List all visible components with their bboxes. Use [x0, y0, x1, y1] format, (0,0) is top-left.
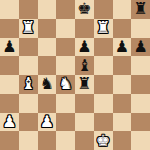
- square-d1[interactable]: [56, 131, 75, 150]
- square-e6[interactable]: ♟: [75, 38, 94, 57]
- square-h5[interactable]: [131, 56, 150, 75]
- square-h6[interactable]: ♟: [131, 38, 150, 57]
- square-b2[interactable]: [19, 113, 38, 132]
- square-f1[interactable]: ♚: [94, 131, 113, 150]
- square-d2[interactable]: [56, 113, 75, 132]
- square-f4[interactable]: [94, 75, 113, 94]
- square-g8[interactable]: [113, 0, 132, 19]
- black-pawn-piece[interactable]: ♟: [77, 38, 91, 54]
- square-f6[interactable]: [94, 38, 113, 57]
- square-c7[interactable]: [38, 19, 57, 38]
- square-c5[interactable]: [38, 56, 57, 75]
- square-a5[interactable]: [0, 56, 19, 75]
- square-e1[interactable]: [75, 131, 94, 150]
- square-b7[interactable]: ♜: [19, 19, 38, 38]
- chess-board: ♚♜♜♜♟♟♟♟♝♝♞♞♜♟♟♚: [0, 0, 150, 150]
- square-c4[interactable]: ♞: [38, 75, 57, 94]
- square-h7[interactable]: [131, 19, 150, 38]
- square-e7[interactable]: [75, 19, 94, 38]
- square-e4[interactable]: ♜: [75, 75, 94, 94]
- black-bishop-piece[interactable]: ♝: [77, 57, 91, 73]
- black-knight-piece[interactable]: ♞: [40, 76, 54, 92]
- square-a6[interactable]: ♟: [0, 38, 19, 57]
- white-rook-piece[interactable]: ♜: [21, 20, 35, 36]
- square-d5[interactable]: [56, 56, 75, 75]
- square-g4[interactable]: [113, 75, 132, 94]
- square-d4[interactable]: ♞: [56, 75, 75, 94]
- square-a1[interactable]: [0, 131, 19, 150]
- white-pawn-piece[interactable]: ♟: [2, 113, 16, 129]
- square-d6[interactable]: [56, 38, 75, 57]
- square-c6[interactable]: [38, 38, 57, 57]
- square-b1[interactable]: [19, 131, 38, 150]
- square-b4[interactable]: ♝: [19, 75, 38, 94]
- square-f7[interactable]: ♜: [94, 19, 113, 38]
- square-e8[interactable]: ♚: [75, 0, 94, 19]
- square-c3[interactable]: [38, 94, 57, 113]
- black-pawn-piece[interactable]: ♟: [115, 38, 129, 54]
- square-h2[interactable]: [131, 113, 150, 132]
- square-h4[interactable]: [131, 75, 150, 94]
- square-f5[interactable]: [94, 56, 113, 75]
- square-g5[interactable]: [113, 56, 132, 75]
- black-rook-piece[interactable]: ♜: [133, 1, 147, 17]
- square-a4[interactable]: [0, 75, 19, 94]
- white-knight-piece[interactable]: ♞: [58, 76, 72, 92]
- square-a7[interactable]: [0, 19, 19, 38]
- square-c8[interactable]: [38, 0, 57, 19]
- square-a2[interactable]: ♟: [0, 113, 19, 132]
- square-e3[interactable]: [75, 94, 94, 113]
- square-b6[interactable]: [19, 38, 38, 57]
- square-f8[interactable]: [94, 0, 113, 19]
- square-h1[interactable]: [131, 131, 150, 150]
- white-rook-piece[interactable]: ♜: [96, 20, 110, 36]
- square-g7[interactable]: [113, 19, 132, 38]
- square-d7[interactable]: [56, 19, 75, 38]
- square-d8[interactable]: [56, 0, 75, 19]
- square-c2[interactable]: ♟: [38, 113, 57, 132]
- black-king-piece[interactable]: ♚: [77, 1, 91, 17]
- square-b8[interactable]: [19, 0, 38, 19]
- square-e2[interactable]: [75, 113, 94, 132]
- black-rook-piece[interactable]: ♜: [77, 76, 91, 92]
- white-pawn-piece[interactable]: ♟: [40, 113, 54, 129]
- square-d3[interactable]: [56, 94, 75, 113]
- square-h8[interactable]: ♜: [131, 0, 150, 19]
- square-b5[interactable]: [19, 56, 38, 75]
- square-b3[interactable]: [19, 94, 38, 113]
- square-g3[interactable]: [113, 94, 132, 113]
- square-a3[interactable]: [0, 94, 19, 113]
- black-pawn-piece[interactable]: ♟: [2, 38, 16, 54]
- square-a8[interactable]: [0, 0, 19, 19]
- white-bishop-piece[interactable]: ♝: [21, 76, 35, 92]
- square-c1[interactable]: [38, 131, 57, 150]
- square-e5[interactable]: ♝: [75, 56, 94, 75]
- white-king-piece[interactable]: ♚: [96, 132, 110, 148]
- square-g2[interactable]: [113, 113, 132, 132]
- black-pawn-piece[interactable]: ♟: [133, 38, 147, 54]
- square-h3[interactable]: [131, 94, 150, 113]
- square-g1[interactable]: [113, 131, 132, 150]
- square-f2[interactable]: [94, 113, 113, 132]
- square-f3[interactable]: [94, 94, 113, 113]
- square-g6[interactable]: ♟: [113, 38, 132, 57]
